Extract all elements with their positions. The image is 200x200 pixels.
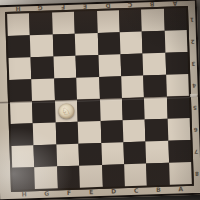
square-e7[interactable] bbox=[79, 143, 102, 166]
rank-label-3: 3 bbox=[189, 52, 197, 74]
square-a3[interactable] bbox=[165, 52, 188, 75]
square-h8[interactable] bbox=[12, 167, 35, 190]
square-a2[interactable] bbox=[164, 30, 187, 53]
square-b3[interactable] bbox=[143, 53, 166, 76]
square-d4[interactable] bbox=[99, 76, 122, 99]
square-g8[interactable] bbox=[35, 166, 58, 189]
square-e6[interactable] bbox=[78, 121, 101, 144]
square-b1[interactable] bbox=[141, 9, 164, 32]
square-h7[interactable] bbox=[11, 145, 34, 168]
square-c4[interactable] bbox=[121, 75, 144, 98]
rank-label-7: 7 bbox=[192, 140, 200, 162]
square-a6[interactable] bbox=[167, 118, 190, 141]
square-g5[interactable] bbox=[32, 100, 55, 123]
square-a5[interactable] bbox=[167, 96, 190, 119]
square-h5[interactable] bbox=[10, 101, 33, 124]
square-c2[interactable] bbox=[120, 31, 143, 54]
square-b6[interactable] bbox=[145, 119, 168, 142]
square-c3[interactable] bbox=[120, 53, 143, 76]
square-b4[interactable] bbox=[143, 75, 166, 98]
rank-label-8: 8 bbox=[193, 162, 200, 184]
square-f8[interactable] bbox=[57, 166, 80, 189]
square-g6[interactable] bbox=[33, 122, 56, 145]
square-f1[interactable] bbox=[52, 12, 75, 35]
square-c7[interactable] bbox=[123, 141, 146, 164]
square-d6[interactable] bbox=[100, 120, 123, 143]
square-b2[interactable] bbox=[142, 31, 165, 54]
square-f3[interactable] bbox=[53, 56, 76, 79]
chess-board: HGFEDCBA HGFEDCBA 12345678 ♘ bbox=[0, 0, 200, 200]
square-a1[interactable] bbox=[164, 8, 187, 31]
square-a4[interactable] bbox=[166, 74, 189, 97]
square-g7[interactable] bbox=[34, 144, 57, 167]
square-b8[interactable] bbox=[146, 163, 169, 186]
rank-label-6: 6 bbox=[192, 118, 200, 140]
square-d8[interactable] bbox=[102, 164, 125, 187]
square-f4[interactable] bbox=[54, 78, 77, 101]
square-f6[interactable] bbox=[55, 122, 78, 145]
board-grid: ♘ bbox=[7, 8, 192, 190]
square-e2[interactable] bbox=[75, 33, 98, 56]
square-h3[interactable] bbox=[9, 57, 32, 80]
square-a7[interactable] bbox=[168, 140, 191, 163]
square-e8[interactable] bbox=[79, 165, 102, 188]
rank-label-1: 1 bbox=[188, 8, 196, 30]
square-d5[interactable] bbox=[99, 98, 122, 121]
square-h2[interactable] bbox=[8, 35, 31, 58]
square-d2[interactable] bbox=[97, 32, 120, 55]
white-knight-icon: ♘ bbox=[61, 105, 72, 117]
rank-label-4: 4 bbox=[190, 74, 198, 96]
square-c5[interactable] bbox=[122, 97, 145, 120]
square-e4[interactable] bbox=[76, 77, 99, 100]
square-e3[interactable] bbox=[76, 55, 99, 78]
square-g1[interactable] bbox=[29, 12, 52, 35]
rank-label-2: 2 bbox=[189, 30, 197, 52]
square-g2[interactable] bbox=[30, 34, 53, 57]
square-d7[interactable] bbox=[101, 142, 124, 165]
square-g4[interactable] bbox=[32, 78, 55, 101]
square-c6[interactable] bbox=[123, 119, 146, 142]
white-knight-f5[interactable]: ♘ bbox=[58, 103, 74, 119]
square-f2[interactable] bbox=[53, 34, 76, 57]
photo-background: HGFEDCBA HGFEDCBA 12345678 ♘ bbox=[0, 0, 200, 200]
square-g3[interactable] bbox=[31, 56, 54, 79]
square-f5[interactable]: ♘ bbox=[55, 100, 78, 123]
rank-label-5: 5 bbox=[191, 96, 199, 118]
square-h4[interactable] bbox=[9, 79, 32, 102]
square-d3[interactable] bbox=[98, 54, 121, 77]
square-b5[interactable] bbox=[144, 97, 167, 120]
square-e5[interactable] bbox=[77, 99, 100, 122]
square-b7[interactable] bbox=[146, 141, 169, 164]
square-c8[interactable] bbox=[124, 163, 147, 186]
square-d1[interactable] bbox=[97, 10, 120, 33]
square-h1[interactable] bbox=[7, 13, 30, 36]
square-e1[interactable] bbox=[74, 11, 97, 34]
square-h6[interactable] bbox=[11, 123, 34, 146]
square-f7[interactable] bbox=[56, 144, 79, 167]
square-c1[interactable] bbox=[119, 9, 142, 32]
board-frame: ♘ bbox=[5, 6, 194, 192]
square-a8[interactable] bbox=[169, 162, 192, 185]
